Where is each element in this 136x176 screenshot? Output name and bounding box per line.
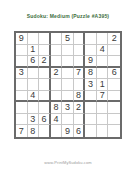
sudoku-cell-r3c1	[16, 56, 28, 68]
sudoku-cell-r8c5	[62, 114, 74, 126]
sudoku-cell-r2c2: 1	[28, 45, 40, 57]
sudoku-cell-r1c3	[39, 33, 51, 45]
sudoku-cell-r3c7: 9	[85, 56, 97, 68]
sudoku-cell-r9c2: 8	[28, 125, 40, 137]
sudoku-cell-r5c9	[108, 79, 120, 91]
sudoku-cell-r4c5	[62, 68, 74, 80]
sudoku-cell-r9c4	[51, 125, 63, 137]
sudoku-cell-r7c1	[16, 102, 28, 114]
sudoku-cell-r3c8	[97, 56, 109, 68]
sudoku-cell-r3c4	[51, 56, 63, 68]
sudoku-cell-r1c4	[51, 33, 63, 45]
sudoku-cell-r5c8: 1	[97, 79, 109, 91]
sudoku-cell-r4c4: 2	[51, 68, 63, 80]
sudoku-cell-r8c1	[16, 114, 28, 126]
sudoku-cell-r8c3: 6	[39, 114, 51, 126]
sudoku-cell-r5c1	[16, 79, 28, 91]
sudoku-cell-r7c9	[108, 102, 120, 114]
sudoku-cell-r5c7: 3	[85, 79, 97, 91]
sudoku-cell-r3c6	[74, 56, 86, 68]
sudoku-cell-r1c8	[97, 33, 109, 45]
sudoku-cell-r2c3	[39, 45, 51, 57]
sudoku-cell-r4c6: 7	[74, 68, 86, 80]
sudoku-cell-r2c8: 4	[97, 45, 109, 57]
sudoku-cell-r7c6: 2	[74, 102, 86, 114]
sudoku-cell-r2c4	[51, 45, 63, 57]
sudoku-cell-r1c5: 5	[62, 33, 74, 45]
sudoku-cell-r4c7: 8	[85, 68, 97, 80]
sudoku-cell-r9c1: 7	[16, 125, 28, 137]
sudoku-cell-r3c5	[62, 56, 74, 68]
sudoku-cell-r8c6	[74, 114, 86, 126]
sudoku-cell-r5c2	[28, 79, 40, 91]
puzzle-title: Sudoku: Medium (Puzzle #A395)	[0, 13, 136, 19]
sudoku-cell-r6c3	[39, 91, 51, 103]
sudoku-cell-r1c2	[28, 33, 40, 45]
sudoku-cell-r8c2: 3	[28, 114, 40, 126]
sudoku-cell-r2c7	[85, 45, 97, 57]
sudoku-cell-r2c5	[62, 45, 74, 57]
sudoku-cell-r4c8	[97, 68, 109, 80]
sudoku-cell-r3c3: 2	[39, 56, 51, 68]
sudoku-cell-r7c4: 8	[51, 102, 63, 114]
sudoku-cell-r6c6: 8	[74, 91, 86, 103]
sudoku-cell-r2c1	[16, 45, 28, 57]
sudoku-cell-r6c9	[108, 91, 120, 103]
sudoku-cell-r6c2: 4	[28, 91, 40, 103]
sudoku-cell-r9c3	[39, 125, 51, 137]
sudoku-cell-r6c4	[51, 91, 63, 103]
sudoku-cell-r5c6	[74, 79, 86, 91]
sudoku-cell-r9c5: 9	[62, 125, 74, 137]
sudoku-cell-r9c7	[85, 125, 97, 137]
sudoku-cell-r7c3	[39, 102, 51, 114]
sudoku-cell-r4c3	[39, 68, 51, 80]
sudoku-cell-r1c9: 2	[108, 33, 120, 45]
sudoku-cell-r5c5	[62, 79, 74, 91]
sudoku-cell-r1c6	[74, 33, 86, 45]
footer-url: www.PrintMySudoku.com	[0, 160, 136, 165]
sudoku-cell-r2c9	[108, 45, 120, 57]
sudoku-cell-r1c7	[85, 33, 97, 45]
sudoku-cell-r9c6: 6	[74, 125, 86, 137]
sudoku-cell-r8c4: 4	[51, 114, 63, 126]
sudoku-cell-r6c8: 7	[97, 91, 109, 103]
sudoku-cell-r6c7	[85, 91, 97, 103]
sudoku-cell-r9c8	[97, 125, 109, 137]
sudoku-cell-r3c2: 6	[28, 56, 40, 68]
sudoku-cell-r4c1: 3	[16, 68, 28, 80]
sudoku-cell-r7c7	[85, 102, 97, 114]
sudoku-cell-r5c4	[51, 79, 63, 91]
sudoku-cell-r4c9: 6	[108, 68, 120, 80]
sudoku-cell-r8c7	[85, 114, 97, 126]
sudoku-cell-r2c6	[74, 45, 86, 57]
sudoku-cell-r3c9	[108, 56, 120, 68]
sudoku-cell-r5c3	[39, 79, 51, 91]
sudoku-cell-r7c2	[28, 102, 40, 114]
sudoku-cell-r7c8	[97, 102, 109, 114]
sudoku-cell-r6c1	[16, 91, 28, 103]
sudoku-board: 9521462932786314878323647896	[14, 31, 122, 139]
sudoku-cell-r8c8	[97, 114, 109, 126]
sudoku-cell-r9c9	[108, 125, 120, 137]
sudoku-cell-r6c5	[62, 91, 74, 103]
sudoku-cell-r8c9	[108, 114, 120, 126]
sudoku-cell-r1c1: 9	[16, 33, 28, 45]
sudoku-cell-r7c5: 3	[62, 102, 74, 114]
sudoku-cell-r4c2	[28, 68, 40, 80]
